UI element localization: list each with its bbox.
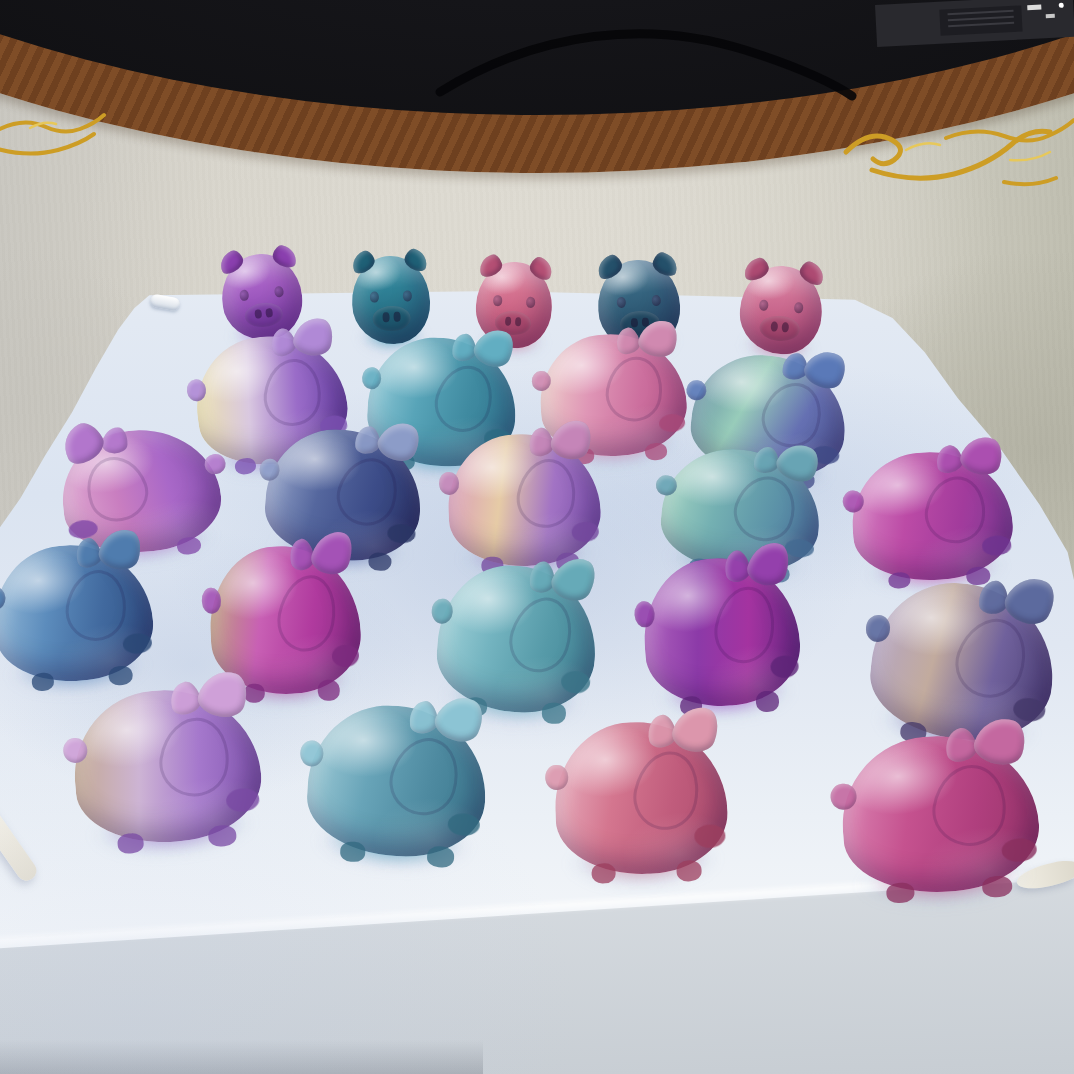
pig-r1c1 — [218, 250, 307, 344]
pig-r4c4 — [639, 553, 804, 711]
pig-r4c1 — [0, 538, 158, 687]
pig-r4c5 — [864, 575, 1061, 748]
pig-r5c2 — [304, 701, 490, 860]
photo-scene — [0, 0, 1074, 1074]
pig-tail — [201, 588, 222, 614]
pig-foot — [426, 846, 454, 868]
pig-back-ear — [102, 427, 128, 453]
pig-r1c5 — [737, 263, 825, 357]
pig-foot — [339, 841, 365, 862]
pig-r5c4 — [837, 729, 1043, 898]
pig-foot — [368, 552, 392, 572]
pig-r1c2 — [350, 255, 431, 346]
pig-left-eye — [616, 297, 626, 308]
pig-nostril — [394, 312, 401, 322]
pig-nostril — [383, 312, 390, 322]
pig-r5c3 — [552, 719, 729, 877]
pig-left-eye — [370, 292, 379, 303]
pig-r3c3 — [445, 430, 604, 570]
pig-foot — [541, 702, 566, 724]
pig-right-eye — [526, 297, 535, 308]
pig-r4c3 — [433, 561, 601, 718]
pig-nostril — [631, 318, 638, 328]
pig-left-eye — [493, 295, 502, 306]
pig-right-eye — [403, 290, 412, 301]
pig-r5c1 — [68, 682, 267, 850]
pig-back-ear — [782, 353, 808, 379]
pig-layer — [0, 0, 1074, 1074]
pig-nostril — [770, 322, 777, 332]
pig-foot — [592, 863, 617, 884]
pig-snout — [694, 824, 726, 848]
pig-right-eye — [274, 286, 284, 297]
pig-foot — [317, 679, 341, 701]
pig-r3c5 — [848, 447, 1017, 586]
